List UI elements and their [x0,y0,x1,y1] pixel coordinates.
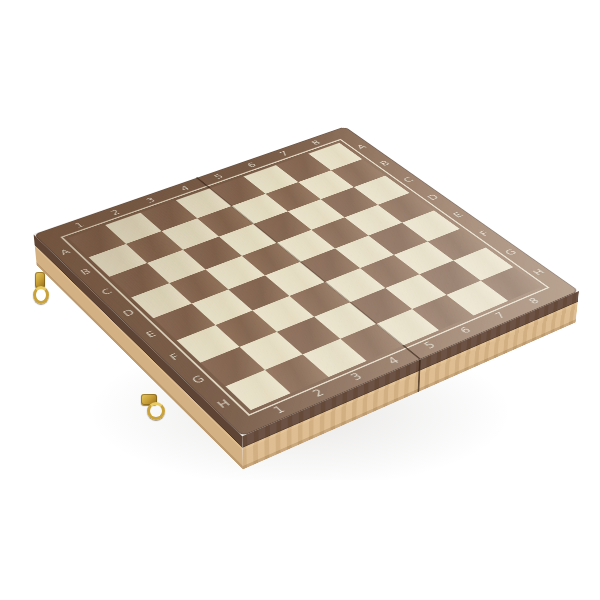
brass-clasp-icon [31,272,49,304]
brass-clasp-icon [139,392,165,420]
product-photo: 11AA22BB33CC44DD55EE66FF77GG88HH [0,0,600,600]
frame-pinstripe [60,139,550,416]
checkers-board: 11AA22BB33CC44DD55EE66FF77GG88HH [34,127,579,437]
scene: 11AA22BB33CC44DD55EE66FF77GG88HH [0,0,600,600]
